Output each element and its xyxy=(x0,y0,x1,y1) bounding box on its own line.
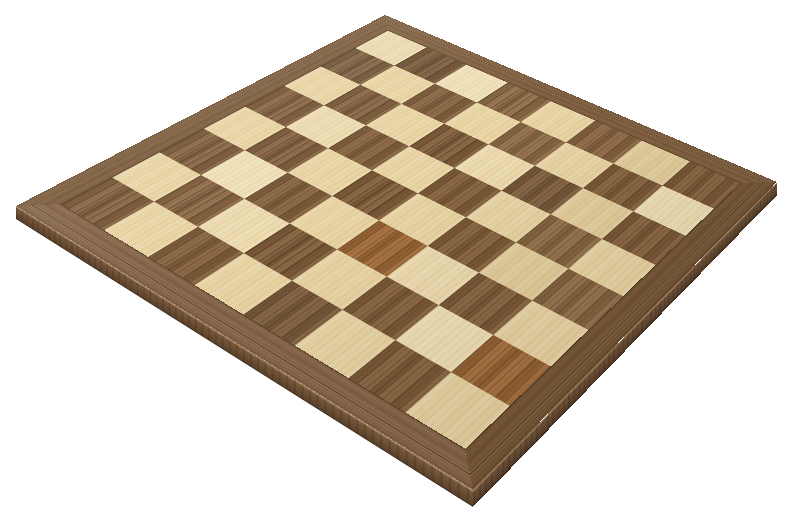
squares-grid xyxy=(62,31,740,449)
chessboard-product-photo xyxy=(0,0,800,522)
chessboard xyxy=(16,15,777,490)
